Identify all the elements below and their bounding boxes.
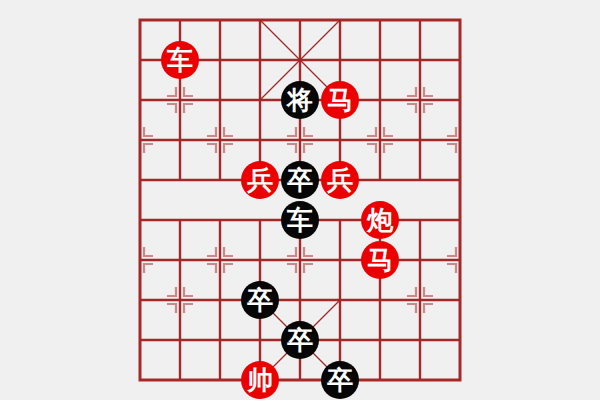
black-soldier-4[interactable]: 卒 [321,361,359,399]
board-point[interactable]: 卒 [320,360,360,400]
black-soldier-3[interactable]: 卒 [281,321,319,359]
board-point[interactable] [360,280,400,320]
board-grid: 车将马兵卒兵车炮马卒卒帅卒 [120,0,480,400]
board-point[interactable] [240,0,280,40]
board-point[interactable] [240,200,280,240]
board-point[interactable] [440,0,480,40]
board-point[interactable] [120,240,160,280]
board-point[interactable] [440,40,480,80]
board-point[interactable] [440,200,480,240]
red-soldier-2[interactable]: 兵 [321,161,359,199]
red-general[interactable]: 帅 [241,361,279,399]
board-point[interactable] [200,200,240,240]
board-point[interactable] [160,120,200,160]
red-horse-2[interactable]: 马 [361,241,399,279]
board-point[interactable] [360,40,400,80]
board-point[interactable] [120,0,160,40]
board-point[interactable] [200,0,240,40]
board-point[interactable] [360,80,400,120]
board-point[interactable] [400,360,440,400]
board-point[interactable] [440,320,480,360]
board-point[interactable] [200,80,240,120]
board-point[interactable] [240,240,280,280]
board-point[interactable]: 车 [160,40,200,80]
board-point[interactable] [400,80,440,120]
board-point[interactable] [320,280,360,320]
board-point[interactable]: 将 [280,80,320,120]
board-point[interactable] [160,200,200,240]
board-point[interactable] [400,0,440,40]
xiangqi-diagram: 车将马兵卒兵车炮马卒卒帅卒 [0,0,600,400]
board-point[interactable] [120,40,160,80]
board-point[interactable] [120,320,160,360]
board-point[interactable] [320,320,360,360]
board-point[interactable] [160,80,200,120]
board-point[interactable] [400,200,440,240]
board-point[interactable]: 兵 [240,160,280,200]
board-point[interactable] [200,360,240,400]
board-point[interactable] [360,360,400,400]
red-chariot[interactable]: 车 [161,41,199,79]
board-point[interactable] [320,120,360,160]
board-point[interactable] [120,360,160,400]
board-point[interactable] [200,240,240,280]
board-point[interactable] [240,80,280,120]
board-point[interactable] [200,320,240,360]
board-point[interactable] [400,280,440,320]
board-point[interactable] [120,280,160,320]
board-point[interactable] [400,160,440,200]
board-point[interactable]: 帅 [240,360,280,400]
board-point[interactable] [280,40,320,80]
board-point[interactable] [400,320,440,360]
black-soldier-1[interactable]: 卒 [281,161,319,199]
board-point[interactable] [200,40,240,80]
black-chariot[interactable]: 车 [281,201,319,239]
board-point[interactable]: 卒 [240,280,280,320]
board-point[interactable] [440,240,480,280]
board-point[interactable] [280,120,320,160]
board-point[interactable] [120,80,160,120]
board-point[interactable] [440,160,480,200]
board-point[interactable] [440,360,480,400]
black-general[interactable]: 将 [281,81,319,119]
board-point[interactable] [240,120,280,160]
board-point[interactable] [360,160,400,200]
board-point[interactable]: 炮 [360,200,400,240]
board-point[interactable] [320,240,360,280]
board-point[interactable] [360,120,400,160]
board-point[interactable] [400,240,440,280]
board-point[interactable] [200,120,240,160]
board-point[interactable] [280,0,320,40]
board-point[interactable] [320,200,360,240]
board-point[interactable] [160,320,200,360]
board-point[interactable]: 马 [320,80,360,120]
board-point[interactable] [280,360,320,400]
board-point[interactable] [160,360,200,400]
board-point[interactable] [120,160,160,200]
board-point[interactable] [160,0,200,40]
board-point[interactable] [200,280,240,320]
board-point[interactable] [160,240,200,280]
board-point[interactable] [160,160,200,200]
board-point[interactable] [120,120,160,160]
board-point[interactable] [320,0,360,40]
red-horse-1[interactable]: 马 [321,81,359,119]
board-point[interactable] [280,240,320,280]
red-soldier-1[interactable]: 兵 [241,161,279,199]
board-point[interactable] [440,80,480,120]
board-point[interactable] [360,320,400,360]
board-point[interactable]: 马 [360,240,400,280]
board-point[interactable]: 车 [280,200,320,240]
board-point[interactable] [360,0,400,40]
board-point[interactable] [400,40,440,80]
board-point[interactable] [240,320,280,360]
black-soldier-2[interactable]: 卒 [241,281,279,319]
board-point[interactable] [200,160,240,200]
board-point[interactable] [280,280,320,320]
red-cannon[interactable]: 炮 [361,201,399,239]
board-point[interactable] [240,40,280,80]
board-point[interactable] [440,280,480,320]
board-point[interactable]: 卒 [280,160,320,200]
board-point[interactable] [400,120,440,160]
board-point[interactable]: 兵 [320,160,360,200]
board-point[interactable] [440,120,480,160]
board-point[interactable] [320,40,360,80]
board-point[interactable]: 卒 [280,320,320,360]
board-point[interactable] [160,280,200,320]
board-point[interactable] [120,200,160,240]
